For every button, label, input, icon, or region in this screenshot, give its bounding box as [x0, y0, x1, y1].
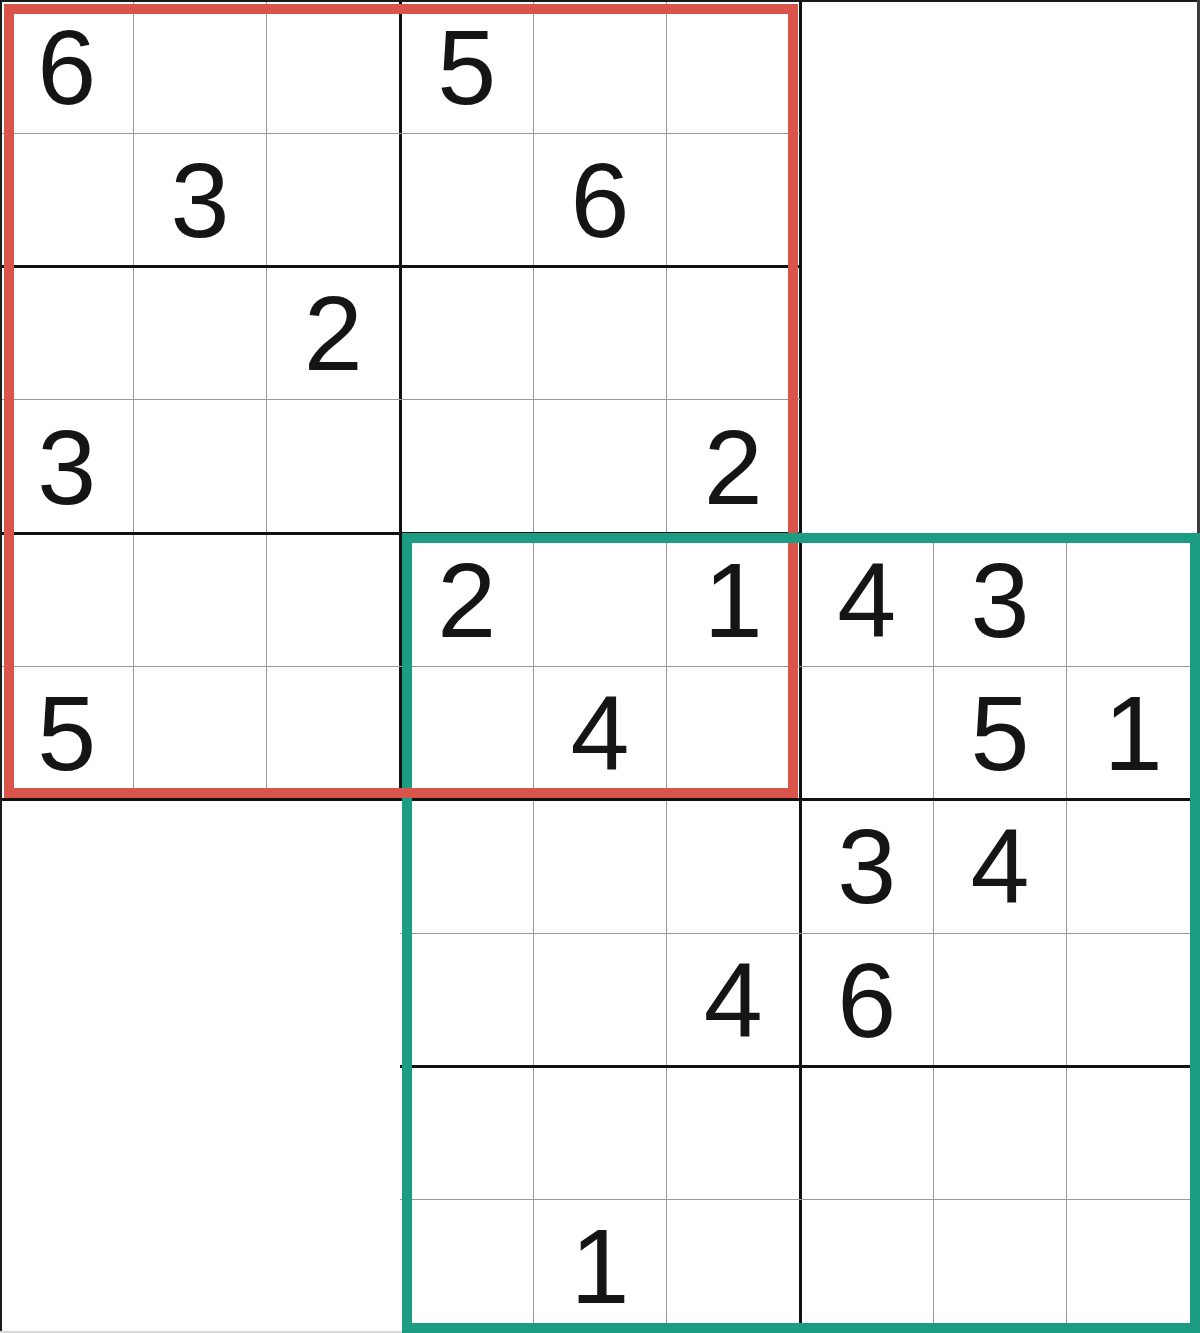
cell-r3c4[interactable] [400, 267, 533, 400]
cell-r5c3[interactable] [267, 533, 400, 666]
cell-r6c6[interactable] [667, 667, 800, 800]
cell-r6c9[interactable]: 1 [1067, 667, 1200, 800]
cell-r9c4[interactable] [400, 1066, 533, 1199]
cell-r1c5[interactable] [533, 0, 666, 133]
cell-r10c6[interactable] [667, 1200, 800, 1333]
cell-r2c4[interactable] [400, 133, 533, 266]
cell-r8c8[interactable] [933, 933, 1066, 1066]
cell-r1c2[interactable] [133, 0, 266, 133]
cell-r6c7[interactable] [800, 667, 933, 800]
cell-r7c6[interactable] [667, 800, 800, 933]
cell-r6c5[interactable]: 4 [533, 667, 666, 800]
cell-r4c5[interactable] [533, 400, 666, 533]
cell-r5c7[interactable]: 4 [800, 533, 933, 666]
cell-r5c6[interactable]: 1 [667, 533, 800, 666]
cell-r5c9[interactable] [1067, 533, 1200, 666]
cell-r2c6[interactable] [667, 133, 800, 266]
cell-r3c5[interactable] [533, 267, 666, 400]
cell-r7c5[interactable] [533, 800, 666, 933]
cell-r8c5[interactable] [533, 933, 666, 1066]
cell-r1c4[interactable]: 5 [400, 0, 533, 133]
cell-r5c1[interactable] [0, 533, 133, 666]
cell-r5c5[interactable] [533, 533, 666, 666]
cell-r5c8[interactable]: 3 [933, 533, 1066, 666]
cell-r3c3[interactable]: 2 [267, 267, 400, 400]
cell-r6c3[interactable] [267, 667, 400, 800]
cell-r2c2[interactable]: 3 [133, 133, 266, 266]
cell-r8c6[interactable]: 4 [667, 933, 800, 1066]
cell-r1c3[interactable] [267, 0, 400, 133]
cell-r1c6[interactable] [667, 0, 800, 133]
cell-r7c4[interactable] [400, 800, 533, 933]
cell-r8c7[interactable]: 6 [800, 933, 933, 1066]
cell-r6c2[interactable] [133, 667, 266, 800]
cell-r8c4[interactable] [400, 933, 533, 1066]
cell-r4c3[interactable] [267, 400, 400, 533]
cell-r10c4[interactable] [400, 1200, 533, 1333]
cell-r7c9[interactable] [1067, 800, 1200, 933]
cell-r3c1[interactable] [0, 267, 133, 400]
cell-r10c7[interactable] [800, 1200, 933, 1333]
cell-r5c2[interactable] [133, 533, 266, 666]
cell-r9c8[interactable] [933, 1066, 1066, 1199]
cell-r3c2[interactable] [133, 267, 266, 400]
cell-r9c6[interactable] [667, 1066, 800, 1199]
cell-r2c1[interactable] [0, 133, 133, 266]
cell-r9c9[interactable] [1067, 1066, 1200, 1199]
cell-r4c1[interactable]: 3 [0, 400, 133, 533]
puzzle-board: 65362322154435134461 [0, 0, 1200, 1333]
cell-r4c6[interactable]: 2 [667, 400, 800, 533]
cell-r7c7[interactable]: 3 [800, 800, 933, 933]
cell-r8c9[interactable] [1067, 933, 1200, 1066]
cell-r4c2[interactable] [133, 400, 266, 533]
cell-r6c4[interactable] [400, 667, 533, 800]
cell-r2c5[interactable]: 6 [533, 133, 666, 266]
cell-r2c3[interactable] [267, 133, 400, 266]
cell-r5c4[interactable]: 2 [400, 533, 533, 666]
cell-r9c7[interactable] [800, 1066, 933, 1199]
cell-r10c5[interactable]: 1 [533, 1200, 666, 1333]
cell-r6c8[interactable]: 5 [933, 667, 1066, 800]
cell-r3c6[interactable] [667, 267, 800, 400]
cell-r10c8[interactable] [933, 1200, 1066, 1333]
cell-r4c4[interactable] [400, 400, 533, 533]
cell-r6c1[interactable]: 5 [0, 667, 133, 800]
cell-r1c1[interactable]: 6 [0, 0, 133, 133]
cell-r7c8[interactable]: 4 [933, 800, 1066, 933]
cell-r9c5[interactable] [533, 1066, 666, 1199]
cell-r10c9[interactable] [1067, 1200, 1200, 1333]
